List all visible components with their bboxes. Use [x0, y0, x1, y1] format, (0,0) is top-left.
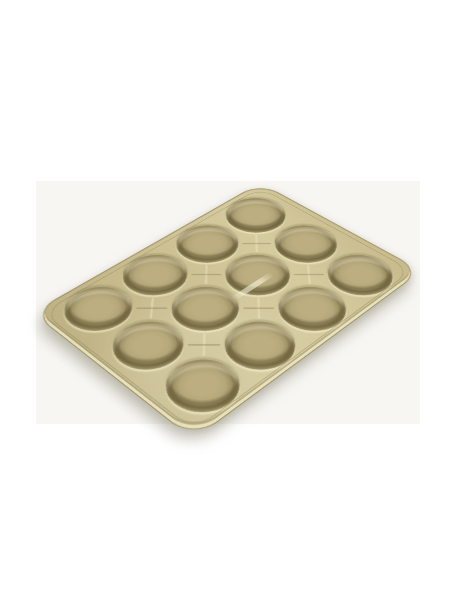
photo-backdrop	[36, 181, 420, 424]
cup-grid	[33, 183, 421, 438]
product-photo	[0, 0, 456, 608]
muffin-pan	[32, 183, 423, 440]
